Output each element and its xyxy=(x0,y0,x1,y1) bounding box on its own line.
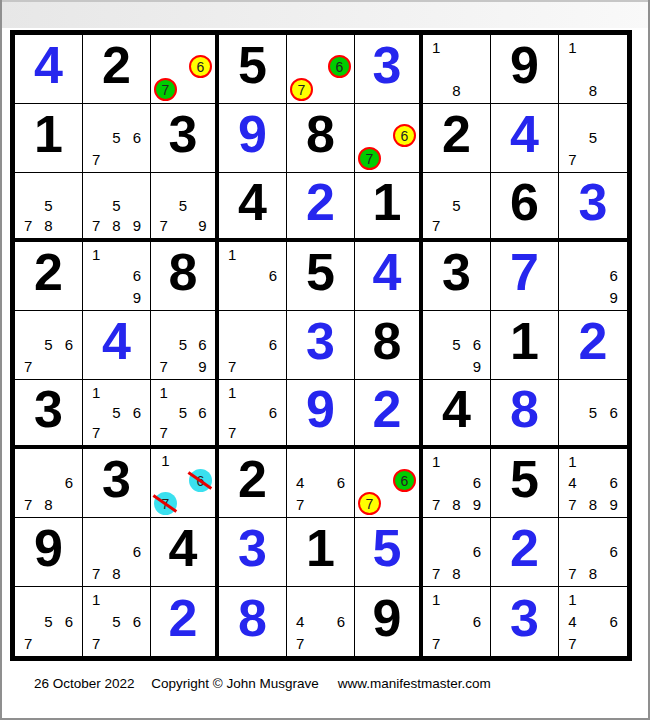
cell-r1c6[interactable]: 3 xyxy=(355,35,423,104)
cell-r8c1[interactable]: 9 xyxy=(15,518,83,587)
solved-digit: 3 xyxy=(510,592,539,644)
footer-date: 26 October 2022 xyxy=(34,676,135,691)
given-digit: 3 xyxy=(102,453,131,505)
candidate-digit: 1 xyxy=(86,589,106,611)
pencil-marks: 16 xyxy=(220,243,285,309)
cell-r4c8[interactable]: 7 xyxy=(491,242,559,311)
candidate-digit: 5 xyxy=(446,195,466,215)
candidate-digit: 5 xyxy=(583,402,604,422)
pencil-marks: 1567 xyxy=(84,381,149,444)
cell-r7c9[interactable]: 146789 xyxy=(559,449,627,518)
candidate-digit: 5 xyxy=(173,195,192,215)
candidate-digit: 1 xyxy=(154,382,173,402)
candidate-digit: 1 xyxy=(426,37,446,58)
pencil-marks: 579 xyxy=(152,174,214,237)
green-highlight-candidate: 7 xyxy=(358,147,381,170)
given-digit: 6 xyxy=(510,176,539,228)
cell-r4c2[interactable]: 169 xyxy=(83,242,151,311)
cell-r5c3[interactable]: 5679 xyxy=(151,311,219,380)
candidate-digit: 8 xyxy=(106,563,126,584)
solved-digit: 4 xyxy=(34,39,63,91)
given-digit: 5 xyxy=(238,39,267,91)
cell-r9c6[interactable]: 9 xyxy=(355,587,423,656)
pencil-marks: 167 xyxy=(152,450,214,516)
candidate-digit: 6 xyxy=(331,472,351,493)
cell-r5c9[interactable]: 2 xyxy=(559,311,627,380)
candidate-digit: 7 xyxy=(154,216,173,236)
candidate-digit: 8 xyxy=(446,563,466,584)
pencil-marks: 57 xyxy=(424,174,489,237)
cyan-highlight-candidate: 7 xyxy=(154,492,177,515)
cell-r4c1[interactable]: 2 xyxy=(15,242,83,311)
cell-r8c6[interactable]: 5 xyxy=(355,518,423,587)
cell-r6c2[interactable]: 1567 xyxy=(83,380,151,449)
candidate-digit: 7 xyxy=(86,149,106,170)
footer-website: www.manifestmaster.com xyxy=(338,676,491,691)
candidate-digit: 8 xyxy=(106,216,126,236)
pencil-marks: 1567 xyxy=(84,588,149,655)
candidate-digit: 6 xyxy=(467,334,487,355)
candidate-digit: 6 xyxy=(127,541,147,562)
cell-r3c7[interactable]: 57 xyxy=(423,173,491,242)
given-digit: 9 xyxy=(34,522,63,574)
candidate-digit: 9 xyxy=(193,216,212,236)
solved-digit: 2 xyxy=(373,383,402,435)
given-digit: 3 xyxy=(34,383,63,435)
cell-r5c2[interactable]: 4 xyxy=(83,311,151,380)
pencil-marks: 1467 xyxy=(560,588,626,655)
footer: 26 October 2022 Copyright © John Musgrav… xyxy=(34,676,491,691)
cell-r4c9[interactable]: 69 xyxy=(559,242,627,311)
pencil-marks: 146789 xyxy=(560,450,626,516)
candidate-digit: 7 xyxy=(154,356,173,377)
candidate-digit: 6 xyxy=(603,541,624,562)
pencil-marks: 5679 xyxy=(152,312,214,378)
cell-r2c7[interactable]: 2 xyxy=(423,104,491,173)
candidate-digit: 7 xyxy=(18,632,38,654)
given-digit: 5 xyxy=(306,246,335,298)
cell-r9c8[interactable]: 3 xyxy=(491,587,559,656)
yellow-highlight-candidate: 6 xyxy=(189,55,212,78)
candidate-digit: 7 xyxy=(86,423,106,443)
solved-digit: 8 xyxy=(238,592,267,644)
cell-r5c5[interactable]: 3 xyxy=(287,311,355,380)
candidate-digit: 6 xyxy=(603,402,624,422)
solved-digit: 4 xyxy=(510,108,539,160)
pencil-marks: 467 xyxy=(288,588,353,655)
candidate-digit: 9 xyxy=(193,356,212,377)
given-digit: 4 xyxy=(442,383,471,435)
cell-r9c2[interactable]: 1567 xyxy=(83,587,151,656)
solved-digit: 4 xyxy=(102,315,131,367)
pencil-marks: 167 xyxy=(220,381,285,444)
cell-r1c9[interactable]: 18 xyxy=(559,35,627,104)
cell-r2c8[interactable]: 4 xyxy=(491,104,559,173)
cell-r2c3[interactable]: 3 xyxy=(151,104,219,173)
candidate-digit: 6 xyxy=(127,402,147,422)
candidate-digit: 6 xyxy=(331,611,351,633)
pencil-marks: 567 xyxy=(16,312,81,378)
candidate-digit: 6 xyxy=(59,472,79,493)
cell-r6c5[interactable]: 9 xyxy=(287,380,355,449)
cell-r4c3[interactable]: 8 xyxy=(151,242,219,311)
cell-r1c5[interactable]: 67 xyxy=(287,35,355,104)
given-digit: 8 xyxy=(373,315,402,367)
solved-digit: 4 xyxy=(373,246,402,298)
candidate-digit: 9 xyxy=(603,287,624,308)
candidate-digit: 7 xyxy=(222,356,242,377)
solved-digit: 3 xyxy=(238,522,267,574)
given-digit: 5 xyxy=(510,453,539,505)
pencil-marks: 67 xyxy=(220,312,285,378)
candidate-digit: 8 xyxy=(38,216,58,236)
cell-r7c2[interactable]: 3 xyxy=(83,449,151,518)
pencil-marks: 678 xyxy=(84,519,149,585)
cell-r7c8[interactable]: 5 xyxy=(491,449,559,518)
footer-copyright: Copyright © John Musgrave xyxy=(151,676,319,691)
cell-r8c7[interactable]: 678 xyxy=(423,518,491,587)
solved-digit: 9 xyxy=(238,108,267,160)
pencil-marks: 67 xyxy=(288,36,353,102)
cell-r2c5[interactable]: 8 xyxy=(287,104,355,173)
solved-digit: 2 xyxy=(579,315,608,367)
candidate-digit: 6 xyxy=(193,334,212,355)
candidate-digit: 6 xyxy=(127,265,147,286)
candidate-digit: 6 xyxy=(127,127,147,148)
candidate-digit: 8 xyxy=(583,494,604,515)
solved-digit: 3 xyxy=(373,39,402,91)
cell-r1c2[interactable]: 2 xyxy=(83,35,151,104)
candidate-digit: 7 xyxy=(18,356,38,377)
pencil-marks: 167 xyxy=(424,588,489,655)
solved-digit: 3 xyxy=(579,176,608,228)
cell-r3c2[interactable]: 5789 xyxy=(83,173,151,242)
candidate-digit: 1 xyxy=(86,244,106,265)
cell-r8c9[interactable]: 678 xyxy=(559,518,627,587)
candidate-digit: 7 xyxy=(18,216,38,236)
candidate-digit: 5 xyxy=(173,334,192,355)
candidate-digit: 7 xyxy=(562,149,583,170)
candidate-digit: 6 xyxy=(59,334,79,355)
pencil-marks: 57 xyxy=(560,105,626,171)
candidate-digit: 6 xyxy=(127,611,147,633)
candidate-digit: 8 xyxy=(38,494,58,515)
given-digit: 8 xyxy=(169,246,198,298)
candidate-digit: 9 xyxy=(603,494,624,515)
candidate-digit: 1 xyxy=(426,451,446,472)
candidate-digit: 1 xyxy=(154,451,177,469)
candidate-digit: 6 xyxy=(263,402,283,422)
solved-digit: 2 xyxy=(510,522,539,574)
candidate-digit: 6 xyxy=(263,334,283,355)
candidate-digit: 5 xyxy=(38,195,58,215)
candidate-digit: 8 xyxy=(583,563,604,584)
cell-r3c9[interactable]: 3 xyxy=(559,173,627,242)
cell-r4c7[interactable]: 3 xyxy=(423,242,491,311)
sudoku-board: 4267567318918156739867245757857895794215… xyxy=(10,30,632,661)
pencil-marks: 16789 xyxy=(424,450,489,516)
cell-r8c4[interactable]: 3 xyxy=(219,518,287,587)
cell-r7c1[interactable]: 678 xyxy=(15,449,83,518)
cell-r4c5[interactable]: 5 xyxy=(287,242,355,311)
cell-r9c4[interactable]: 8 xyxy=(219,587,287,656)
solved-digit: 8 xyxy=(510,383,539,435)
cell-r9c1[interactable]: 567 xyxy=(15,587,83,656)
cell-r3c1[interactable]: 578 xyxy=(15,173,83,242)
candidate-digit: 7 xyxy=(18,494,38,515)
pencil-marks: 567 xyxy=(16,588,81,655)
given-digit: 1 xyxy=(373,176,402,228)
given-digit: 3 xyxy=(442,246,471,298)
cell-r1c4[interactable]: 5 xyxy=(219,35,287,104)
pencil-marks: 169 xyxy=(84,243,149,309)
candidate-digit: 9 xyxy=(467,494,487,515)
candidate-digit: 5 xyxy=(106,127,126,148)
cell-r2c1[interactable]: 1 xyxy=(15,104,83,173)
given-digit: 9 xyxy=(373,592,402,644)
solved-digit: 3 xyxy=(306,315,335,367)
candidate-digit: 7 xyxy=(426,494,446,515)
pencil-marks: 67 xyxy=(356,105,418,171)
cell-r9c7[interactable]: 167 xyxy=(423,587,491,656)
solved-digit: 5 xyxy=(373,522,402,574)
cell-r9c5[interactable]: 467 xyxy=(287,587,355,656)
given-digit: 1 xyxy=(510,315,539,367)
candidate-digit: 6 xyxy=(467,611,487,633)
given-digit: 9 xyxy=(510,39,539,91)
candidate-digit: 1 xyxy=(222,244,242,265)
cell-r6c4[interactable]: 167 xyxy=(219,380,287,449)
candidate-digit: 4 xyxy=(562,611,583,633)
candidate-digit: 5 xyxy=(583,127,604,148)
cell-r5c4[interactable]: 67 xyxy=(219,311,287,380)
pencil-marks: 467 xyxy=(288,450,353,516)
cell-r6c1[interactable]: 3 xyxy=(15,380,83,449)
candidate-digit: 7 xyxy=(86,632,106,654)
cell-r5c8[interactable]: 1 xyxy=(491,311,559,380)
pencil-marks: 18 xyxy=(424,36,489,102)
candidate-digit: 9 xyxy=(127,287,147,308)
pencil-marks: 67 xyxy=(356,450,418,516)
cell-r9c9[interactable]: 1467 xyxy=(559,587,627,656)
cell-r6c6[interactable]: 2 xyxy=(355,380,423,449)
given-digit: 4 xyxy=(238,176,267,228)
yellow-highlight-candidate: 7 xyxy=(358,492,381,515)
cell-r7c6[interactable]: 67 xyxy=(355,449,423,518)
cell-r6c9[interactable]: 56 xyxy=(559,380,627,449)
candidate-digit: 7 xyxy=(154,423,173,443)
candidate-digit: 7 xyxy=(562,563,583,584)
cell-r8c2[interactable]: 678 xyxy=(83,518,151,587)
candidate-digit: 7 xyxy=(426,216,446,236)
cell-r3c6[interactable]: 1 xyxy=(355,173,423,242)
candidate-digit: 5 xyxy=(173,402,192,422)
cell-r2c2[interactable]: 567 xyxy=(83,104,151,173)
given-digit: 1 xyxy=(34,108,63,160)
candidate-digit: 4 xyxy=(562,472,583,493)
pencil-marks: 1567 xyxy=(152,381,214,444)
cell-r8c3[interactable]: 4 xyxy=(151,518,219,587)
candidate-digit: 6 xyxy=(603,472,624,493)
candidate-digit: 5 xyxy=(106,402,126,422)
yellow-highlight-candidate: 6 xyxy=(393,124,416,147)
cell-r2c4[interactable]: 9 xyxy=(219,104,287,173)
cell-r3c3[interactable]: 579 xyxy=(151,173,219,242)
candidate-digit: 9 xyxy=(467,356,487,377)
candidate-digit: 1 xyxy=(562,451,583,472)
cell-r6c3[interactable]: 1567 xyxy=(151,380,219,449)
candidate-digit: 9 xyxy=(127,216,147,236)
candidate-digit: 4 xyxy=(290,472,310,493)
candidate-digit: 7 xyxy=(222,423,242,443)
given-digit: 4 xyxy=(169,522,198,574)
page-header-bar xyxy=(0,0,650,28)
candidate-digit: 7 xyxy=(562,494,583,515)
cell-r3c8[interactable]: 6 xyxy=(491,173,559,242)
cell-r6c7[interactable]: 4 xyxy=(423,380,491,449)
solved-digit: 2 xyxy=(306,176,335,228)
cyan-highlight-candidate: 6 xyxy=(189,469,212,492)
candidate-digit: 1 xyxy=(562,37,583,58)
given-digit: 8 xyxy=(306,108,335,160)
cell-r9c3[interactable]: 2 xyxy=(151,587,219,656)
pencil-marks: 578 xyxy=(16,174,81,237)
green-highlight-candidate: 6 xyxy=(328,55,351,78)
cell-r4c4[interactable]: 16 xyxy=(219,242,287,311)
candidate-digit: 5 xyxy=(38,611,58,633)
candidate-digit: 7 xyxy=(86,216,106,236)
cell-r3c5[interactable]: 2 xyxy=(287,173,355,242)
given-digit: 1 xyxy=(306,522,335,574)
cell-r7c5[interactable]: 467 xyxy=(287,449,355,518)
pencil-marks: 569 xyxy=(424,312,489,378)
cell-r8c8[interactable]: 2 xyxy=(491,518,559,587)
cell-r8c5[interactable]: 1 xyxy=(287,518,355,587)
yellow-highlight-candidate: 7 xyxy=(290,78,313,101)
pencil-marks: 69 xyxy=(560,243,626,309)
candidate-digit: 7 xyxy=(562,632,583,654)
candidate-digit: 6 xyxy=(59,611,79,633)
cell-r2c9[interactable]: 57 xyxy=(559,104,627,173)
given-digit: 2 xyxy=(102,39,131,91)
candidate-digit: 8 xyxy=(446,494,466,515)
candidate-digit: 7 xyxy=(426,632,446,654)
candidate-digit: 6 xyxy=(193,402,212,422)
pencil-marks: 678 xyxy=(424,519,489,585)
candidate-digit: 1 xyxy=(222,382,242,402)
candidate-digit: 5 xyxy=(106,195,126,215)
solved-digit: 2 xyxy=(169,592,198,644)
candidate-digit: 1 xyxy=(562,589,583,611)
cell-r5c1[interactable]: 567 xyxy=(15,311,83,380)
pencil-marks: 67 xyxy=(152,36,214,102)
candidate-digit: 4 xyxy=(290,611,310,633)
cell-r1c7[interactable]: 18 xyxy=(423,35,491,104)
green-highlight-candidate: 6 xyxy=(393,469,416,492)
pencil-marks: 56 xyxy=(560,381,626,444)
candidate-digit: 8 xyxy=(583,80,604,101)
green-highlight-candidate: 7 xyxy=(154,78,177,101)
candidate-digit: 5 xyxy=(38,334,58,355)
cell-r7c7[interactable]: 16789 xyxy=(423,449,491,518)
cell-r3c4[interactable]: 4 xyxy=(219,173,287,242)
cell-r4c6[interactable]: 4 xyxy=(355,242,423,311)
solved-digit: 9 xyxy=(306,383,335,435)
candidate-digit: 6 xyxy=(603,611,624,633)
candidate-digit: 8 xyxy=(446,80,466,101)
cell-r1c1[interactable]: 4 xyxy=(15,35,83,104)
candidate-digit: 7 xyxy=(86,563,106,584)
given-digit: 2 xyxy=(34,246,63,298)
pencil-marks: 5789 xyxy=(84,174,149,237)
candidate-digit: 5 xyxy=(106,611,126,633)
candidate-digit: 5 xyxy=(446,334,466,355)
candidate-digit: 1 xyxy=(426,589,446,611)
candidate-digit: 7 xyxy=(290,632,310,654)
given-digit: 2 xyxy=(442,108,471,160)
cell-r6c8[interactable]: 8 xyxy=(491,380,559,449)
pencil-marks: 18 xyxy=(560,36,626,102)
given-digit: 2 xyxy=(238,453,267,505)
cell-r5c6[interactable]: 8 xyxy=(355,311,423,380)
pencil-marks: 678 xyxy=(16,450,81,516)
cell-r2c6[interactable]: 67 xyxy=(355,104,423,173)
candidate-digit: 6 xyxy=(467,472,487,493)
cell-r7c4[interactable]: 2 xyxy=(219,449,287,518)
candidate-digit: 7 xyxy=(426,563,446,584)
pencil-marks: 567 xyxy=(84,105,149,171)
cell-r1c3[interactable]: 67 xyxy=(151,35,219,104)
candidate-digit: 6 xyxy=(263,265,283,286)
solved-digit: 7 xyxy=(510,246,539,298)
candidate-digit: 6 xyxy=(467,541,487,562)
candidate-digit: 1 xyxy=(86,382,106,402)
cell-r1c8[interactable]: 9 xyxy=(491,35,559,104)
given-digit: 3 xyxy=(169,108,198,160)
cell-r5c7[interactable]: 569 xyxy=(423,311,491,380)
pencil-marks: 678 xyxy=(560,519,626,585)
cell-r7c3[interactable]: 167 xyxy=(151,449,219,518)
candidate-digit: 6 xyxy=(603,265,624,286)
candidate-digit: 7 xyxy=(290,494,310,515)
